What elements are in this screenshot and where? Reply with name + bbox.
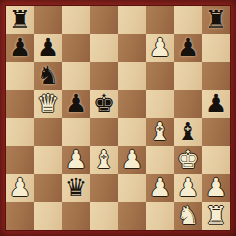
piece-white-king[interactable]: ♚ [177, 146, 199, 174]
square-c2[interactable]: ♛ [62, 174, 90, 202]
square-a4[interactable] [6, 118, 34, 146]
square-h2[interactable]: ♟ [202, 174, 230, 202]
square-b2[interactable] [34, 174, 62, 202]
square-g3[interactable]: ♚ [174, 146, 202, 174]
square-a7[interactable]: ♟ [6, 34, 34, 62]
square-a6[interactable] [6, 62, 34, 90]
piece-black-rook[interactable]: ♜ [9, 6, 31, 34]
square-b6[interactable]: ♞ [34, 62, 62, 90]
chess-board: ♜♜♟♟♟♟♞♛♟♚♟♝♝♟♝♟♚♟♛♟♟♟♞♜ [6, 6, 230, 230]
square-d1[interactable] [90, 202, 118, 230]
piece-white-bishop[interactable]: ♝ [149, 118, 171, 146]
piece-black-rook[interactable]: ♜ [205, 6, 227, 34]
square-f8[interactable] [146, 6, 174, 34]
square-g5[interactable] [174, 90, 202, 118]
square-c8[interactable] [62, 6, 90, 34]
square-g1[interactable]: ♞ [174, 202, 202, 230]
chess-board-frame: ♜♜♟♟♟♟♞♛♟♚♟♝♝♟♝♟♚♟♛♟♟♟♞♜ [0, 0, 236, 236]
square-e3[interactable]: ♟ [118, 146, 146, 174]
square-c4[interactable] [62, 118, 90, 146]
piece-white-bishop[interactable]: ♝ [93, 146, 115, 174]
square-h8[interactable]: ♜ [202, 6, 230, 34]
square-h3[interactable] [202, 146, 230, 174]
square-e2[interactable] [118, 174, 146, 202]
square-h6[interactable] [202, 62, 230, 90]
piece-white-pawn[interactable]: ♟ [65, 146, 87, 174]
square-g2[interactable]: ♟ [174, 174, 202, 202]
square-e7[interactable] [118, 34, 146, 62]
square-c5[interactable]: ♟ [62, 90, 90, 118]
square-f5[interactable] [146, 90, 174, 118]
piece-white-pawn[interactable]: ♟ [149, 34, 171, 62]
square-h5[interactable]: ♟ [202, 90, 230, 118]
square-b5[interactable]: ♛ [34, 90, 62, 118]
square-d6[interactable] [90, 62, 118, 90]
square-a8[interactable]: ♜ [6, 6, 34, 34]
piece-white-pawn[interactable]: ♟ [149, 174, 171, 202]
piece-black-king[interactable]: ♚ [93, 90, 115, 118]
piece-black-queen[interactable]: ♛ [65, 174, 87, 202]
square-c6[interactable] [62, 62, 90, 90]
square-f7[interactable]: ♟ [146, 34, 174, 62]
piece-white-pawn[interactable]: ♟ [177, 174, 199, 202]
square-b1[interactable] [34, 202, 62, 230]
square-g4[interactable]: ♝ [174, 118, 202, 146]
square-f1[interactable] [146, 202, 174, 230]
square-e5[interactable] [118, 90, 146, 118]
square-c1[interactable] [62, 202, 90, 230]
piece-white-pawn[interactable]: ♟ [121, 146, 143, 174]
square-d3[interactable]: ♝ [90, 146, 118, 174]
square-b4[interactable] [34, 118, 62, 146]
square-h7[interactable] [202, 34, 230, 62]
square-b3[interactable] [34, 146, 62, 174]
square-d5[interactable]: ♚ [90, 90, 118, 118]
square-d7[interactable] [90, 34, 118, 62]
square-g7[interactable]: ♟ [174, 34, 202, 62]
square-d2[interactable] [90, 174, 118, 202]
square-c7[interactable] [62, 34, 90, 62]
piece-black-pawn[interactable]: ♟ [65, 90, 87, 118]
piece-white-pawn[interactable]: ♟ [9, 174, 31, 202]
square-f3[interactable] [146, 146, 174, 174]
piece-white-queen[interactable]: ♛ [37, 90, 59, 118]
square-f2[interactable]: ♟ [146, 174, 174, 202]
square-f4[interactable]: ♝ [146, 118, 174, 146]
square-a5[interactable] [6, 90, 34, 118]
square-a1[interactable] [6, 202, 34, 230]
square-c3[interactable]: ♟ [62, 146, 90, 174]
square-e1[interactable] [118, 202, 146, 230]
piece-white-knight[interactable]: ♞ [177, 202, 199, 230]
square-e8[interactable] [118, 6, 146, 34]
square-h4[interactable] [202, 118, 230, 146]
square-d4[interactable] [90, 118, 118, 146]
square-a3[interactable] [6, 146, 34, 174]
piece-white-pawn[interactable]: ♟ [205, 174, 227, 202]
square-h1[interactable]: ♜ [202, 202, 230, 230]
piece-black-pawn[interactable]: ♟ [9, 34, 31, 62]
piece-black-pawn[interactable]: ♟ [177, 34, 199, 62]
square-d8[interactable] [90, 6, 118, 34]
square-a2[interactable]: ♟ [6, 174, 34, 202]
square-e4[interactable] [118, 118, 146, 146]
square-b7[interactable]: ♟ [34, 34, 62, 62]
square-g8[interactable] [174, 6, 202, 34]
piece-black-bishop[interactable]: ♝ [177, 118, 199, 146]
piece-black-pawn[interactable]: ♟ [37, 34, 59, 62]
square-f6[interactable] [146, 62, 174, 90]
piece-white-rook[interactable]: ♜ [205, 202, 227, 230]
square-g6[interactable] [174, 62, 202, 90]
square-b8[interactable] [34, 6, 62, 34]
piece-black-knight[interactable]: ♞ [37, 62, 59, 90]
square-e6[interactable] [118, 62, 146, 90]
piece-black-pawn[interactable]: ♟ [205, 90, 227, 118]
